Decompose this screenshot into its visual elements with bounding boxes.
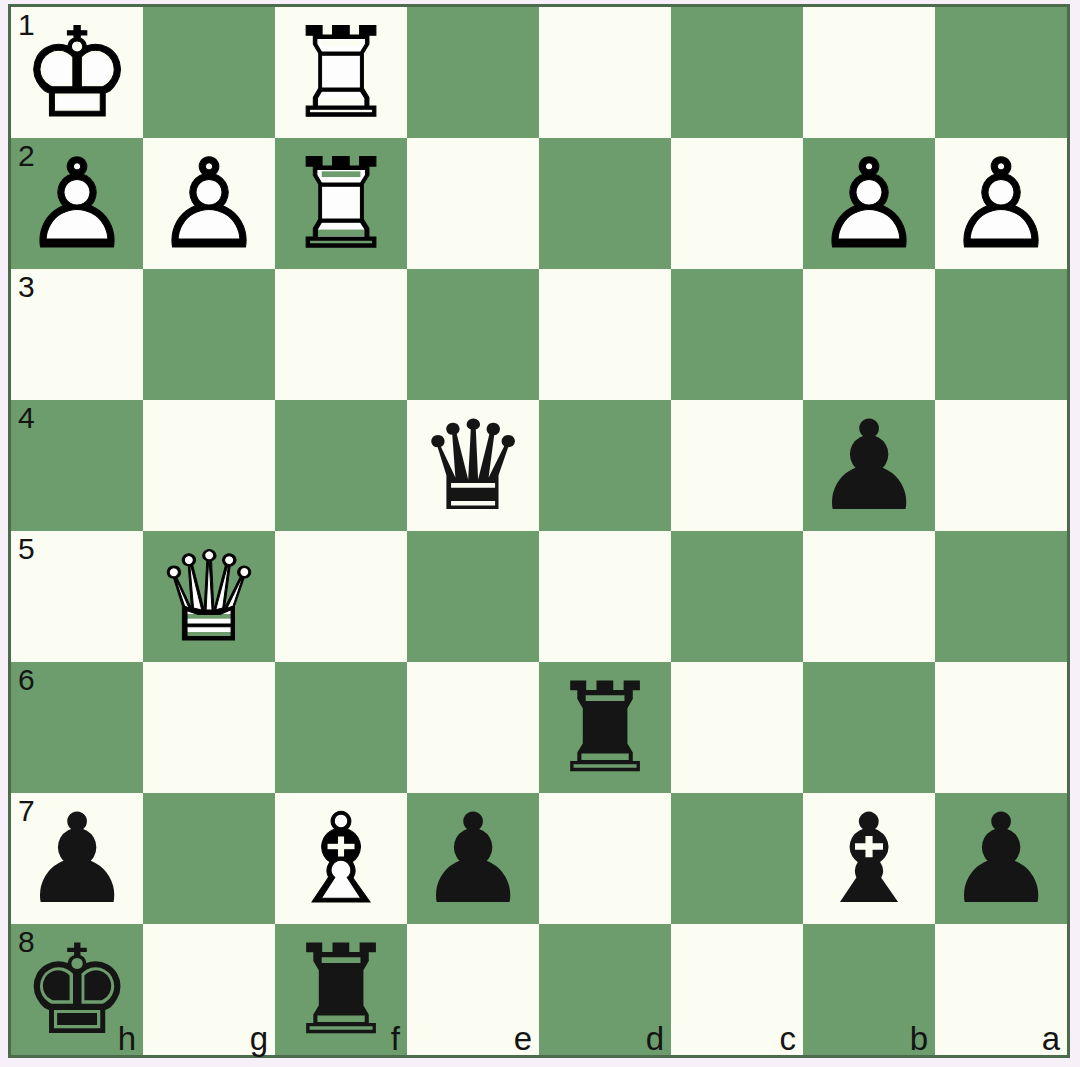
- square-f1[interactable]: ♜♖: [275, 7, 407, 138]
- rank-label-8: 8: [18, 925, 35, 960]
- square-e4[interactable]: ♛: [407, 400, 539, 531]
- square-a6[interactable]: [935, 662, 1067, 793]
- white-pawn-piece: ♟♙: [935, 138, 1067, 269]
- square-g6[interactable]: [143, 662, 275, 793]
- white-rook-piece: ♜♖: [275, 7, 407, 138]
- black-queen-piece: ♛: [407, 400, 539, 531]
- file-label-e: e: [514, 1021, 532, 1057]
- square-h8[interactable]: 8h♚: [11, 924, 143, 1055]
- square-e8[interactable]: e: [407, 924, 539, 1055]
- square-h4[interactable]: 4: [11, 400, 143, 531]
- square-a3[interactable]: [935, 269, 1067, 400]
- square-g5[interactable]: ♛♕: [143, 531, 275, 662]
- square-d8[interactable]: d: [539, 924, 671, 1055]
- square-h5[interactable]: 5: [11, 531, 143, 662]
- rank-label-7: 7: [18, 794, 35, 829]
- square-e5[interactable]: [407, 531, 539, 662]
- square-g2[interactable]: ♟♙: [143, 138, 275, 269]
- rank-label-2: 2: [18, 139, 35, 174]
- square-h1[interactable]: 1♚♔: [11, 7, 143, 138]
- square-f4[interactable]: [275, 400, 407, 531]
- rank-label-3: 3: [18, 270, 35, 305]
- black-pawn-piece: ♟: [407, 793, 539, 924]
- square-c8[interactable]: c: [671, 924, 803, 1055]
- square-h7[interactable]: 7♟: [11, 793, 143, 924]
- square-e2[interactable]: [407, 138, 539, 269]
- square-b8[interactable]: b: [803, 924, 935, 1055]
- rank-label-6: 6: [18, 663, 35, 698]
- square-a2[interactable]: ♟♙: [935, 138, 1067, 269]
- file-label-h: h: [118, 1021, 136, 1057]
- square-b3[interactable]: [803, 269, 935, 400]
- square-e7[interactable]: ♟: [407, 793, 539, 924]
- square-h3[interactable]: 3: [11, 269, 143, 400]
- square-a4[interactable]: [935, 400, 1067, 531]
- file-label-a: a: [1042, 1021, 1060, 1057]
- file-label-f: f: [391, 1021, 400, 1057]
- square-f8[interactable]: f♜: [275, 924, 407, 1055]
- square-b1[interactable]: [803, 7, 935, 138]
- square-d7[interactable]: [539, 793, 671, 924]
- white-rook-piece: ♜♖: [275, 138, 407, 269]
- square-c1[interactable]: [671, 7, 803, 138]
- square-g8[interactable]: g: [143, 924, 275, 1055]
- square-g7[interactable]: [143, 793, 275, 924]
- square-c7[interactable]: [671, 793, 803, 924]
- square-f6[interactable]: [275, 662, 407, 793]
- square-a7[interactable]: ♟: [935, 793, 1067, 924]
- file-label-g: g: [250, 1021, 268, 1057]
- square-b6[interactable]: [803, 662, 935, 793]
- square-f3[interactable]: [275, 269, 407, 400]
- rank-label-4: 4: [18, 401, 35, 436]
- chess-board: 1♚♔♜♖2♟♙♟♙♜♖♟♙♟♙34♛♟5♛♕6♜7♟♝♗♟♝♟8h♚gf♜ed…: [11, 7, 1067, 1055]
- square-d3[interactable]: [539, 269, 671, 400]
- square-c2[interactable]: [671, 138, 803, 269]
- rank-label-5: 5: [18, 532, 35, 567]
- rank-label-1: 1: [18, 8, 35, 43]
- square-d6[interactable]: ♜: [539, 662, 671, 793]
- file-label-c: c: [780, 1021, 797, 1057]
- white-bishop-piece: ♝♗: [275, 793, 407, 924]
- white-pawn-piece: ♟♙: [803, 138, 935, 269]
- square-g4[interactable]: [143, 400, 275, 531]
- square-a1[interactable]: [935, 7, 1067, 138]
- white-queen-piece: ♛♕: [143, 531, 275, 662]
- square-c6[interactable]: [671, 662, 803, 793]
- square-d4[interactable]: [539, 400, 671, 531]
- square-d5[interactable]: [539, 531, 671, 662]
- square-h6[interactable]: 6: [11, 662, 143, 793]
- square-b5[interactable]: [803, 531, 935, 662]
- file-label-d: d: [646, 1021, 664, 1057]
- square-a8[interactable]: a: [935, 924, 1067, 1055]
- square-e3[interactable]: [407, 269, 539, 400]
- square-g3[interactable]: [143, 269, 275, 400]
- square-f7[interactable]: ♝♗: [275, 793, 407, 924]
- file-label-b: b: [910, 1021, 928, 1057]
- black-bishop-piece: ♝: [803, 793, 935, 924]
- square-c3[interactable]: [671, 269, 803, 400]
- square-b7[interactable]: ♝: [803, 793, 935, 924]
- board-frame: 1♚♔♜♖2♟♙♟♙♜♖♟♙♟♙34♛♟5♛♕6♜7♟♝♗♟♝♟8h♚gf♜ed…: [8, 4, 1070, 1058]
- square-g1[interactable]: [143, 7, 275, 138]
- square-d1[interactable]: [539, 7, 671, 138]
- black-pawn-piece: ♟: [935, 793, 1067, 924]
- square-b2[interactable]: ♟♙: [803, 138, 935, 269]
- white-pawn-piece: ♟♙: [143, 138, 275, 269]
- square-a5[interactable]: [935, 531, 1067, 662]
- square-e6[interactable]: [407, 662, 539, 793]
- square-c5[interactable]: [671, 531, 803, 662]
- square-b4[interactable]: ♟: [803, 400, 935, 531]
- square-d2[interactable]: [539, 138, 671, 269]
- square-f5[interactable]: [275, 531, 407, 662]
- square-c4[interactable]: [671, 400, 803, 531]
- black-pawn-piece: ♟: [803, 400, 935, 531]
- square-f2[interactable]: ♜♖: [275, 138, 407, 269]
- black-rook-piece: ♜: [275, 924, 407, 1055]
- square-e1[interactable]: [407, 7, 539, 138]
- black-rook-piece: ♜: [539, 662, 671, 793]
- square-h2[interactable]: 2♟♙: [11, 138, 143, 269]
